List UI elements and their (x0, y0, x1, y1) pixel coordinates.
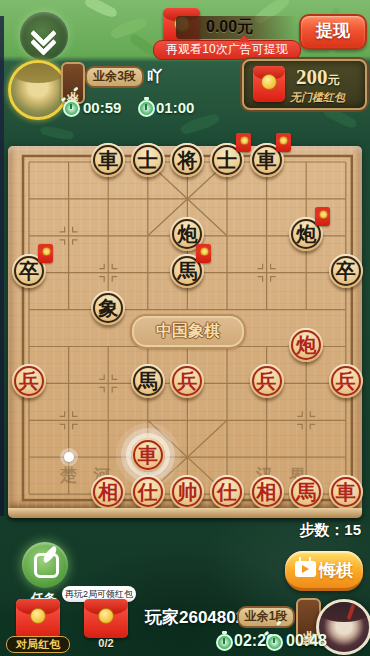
xiangqi-board[interactable]: 楚河 汉界 中国象棋 車士将士車炮炮卒馬卒象炮兵馬兵兵兵車相仕帅仕相馬車 (8, 146, 362, 508)
red-envelope-badge (38, 244, 53, 263)
red-envelope-badge (315, 207, 330, 226)
reward-amount: 200元 (296, 65, 340, 90)
piece-character: 車 (329, 475, 363, 509)
screen-edge-strip (0, 16, 4, 516)
piece-black-卒[interactable]: 卒 (12, 254, 46, 288)
step-counter: 步数：15 (299, 521, 361, 540)
piece-black-馬[interactable]: 馬 (131, 364, 165, 398)
alarm-clock-icon (63, 100, 80, 117)
piece-black-馬[interactable]: 馬 (170, 254, 204, 288)
piece-character: 車 (131, 438, 165, 472)
quill-icon (34, 553, 59, 578)
piece-character: 象 (91, 291, 125, 325)
piece-character: 兵 (12, 364, 46, 398)
piece-character: 兵 (250, 364, 284, 398)
piece-red-帅[interactable]: 帅 (170, 475, 204, 509)
opponent-name: 吖 (147, 67, 162, 86)
envelope-progress: 0/2 (84, 637, 128, 649)
board-center-label: 中国象棋 (130, 314, 246, 349)
xiangqi-app: 0.00元 提现 再观看10次广告可提现 业余 业余3段 吖 00:59 01:… (0, 0, 370, 656)
piece-character: 相 (91, 475, 125, 509)
task-button[interactable] (22, 542, 68, 588)
piece-character: 炮 (289, 328, 323, 362)
piece-red-兵[interactable]: 兵 (12, 364, 46, 398)
piece-character: 士 (131, 143, 165, 177)
piece-red-仕[interactable]: 仕 (131, 475, 165, 509)
piece-red-炮[interactable]: 炮 (289, 328, 323, 362)
piece-character: 相 (250, 475, 284, 509)
opponent-main-time: 00:59 (83, 99, 121, 116)
piece-red-兵[interactable]: 兵 (250, 364, 284, 398)
progress-envelope-icon[interactable] (84, 599, 128, 638)
red-envelope-badge (276, 133, 291, 152)
undo-button[interactable]: 悔棋 (285, 551, 363, 591)
alarm-clock-icon (266, 634, 283, 651)
red-envelope-badge (196, 244, 211, 263)
match-envelope-label: 对局红包 (6, 636, 70, 653)
piece-character: 将 (170, 143, 204, 177)
piece-black-士[interactable]: 士 (210, 143, 244, 177)
piece-red-相[interactable]: 相 (250, 475, 284, 509)
piece-red-車[interactable]: 車 (131, 438, 165, 472)
reward-envelope-button[interactable]: 200元 无门槛红包 (242, 59, 367, 110)
stopwatch-icon (138, 100, 155, 117)
piece-red-車[interactable]: 車 (329, 475, 363, 509)
piece-black-士[interactable]: 士 (131, 143, 165, 177)
piece-character: 車 (91, 143, 125, 177)
piece-black-車[interactable]: 車 (91, 143, 125, 177)
move-origin-marker (64, 452, 74, 462)
piece-character: 卒 (329, 254, 363, 288)
piece-character: 兵 (170, 364, 204, 398)
piece-red-兵[interactable]: 兵 (170, 364, 204, 398)
piece-red-相[interactable]: 相 (91, 475, 125, 509)
piece-black-将[interactable]: 将 (170, 143, 204, 177)
piece-red-仕[interactable]: 仕 (210, 475, 244, 509)
piece-character: 帅 (170, 475, 204, 509)
balance-bar: 0.00元 (176, 16, 298, 39)
piece-character: 仕 (131, 475, 165, 509)
piece-black-象[interactable]: 象 (91, 291, 125, 325)
piece-character: 馬 (289, 475, 323, 509)
undo-button-label: 悔棋 (319, 559, 353, 582)
board-base (8, 508, 362, 518)
tv-ad-icon (295, 561, 316, 577)
player-main-time: 00:48 (286, 632, 327, 650)
match-envelope-icon[interactable] (16, 599, 60, 638)
opponent-move-time: 01:00 (156, 99, 194, 116)
opponent-rank-label: 业余3段 (85, 66, 144, 88)
piece-character: 馬 (131, 364, 165, 398)
piece-black-炮[interactable]: 炮 (289, 217, 323, 251)
piece-character: 仕 (210, 475, 244, 509)
withdraw-button[interactable]: 提现 (299, 14, 367, 50)
opponent-avatar[interactable] (8, 60, 68, 120)
ad-banner: 再观看10次广告可提现 (153, 40, 301, 60)
chevron-down-icon (34, 24, 54, 44)
piece-character: 兵 (329, 364, 363, 398)
collapse-button[interactable] (20, 12, 68, 60)
piece-red-馬[interactable]: 馬 (289, 475, 323, 509)
player-rank-label: 业余1段 (237, 606, 295, 628)
stopwatch-icon (216, 634, 233, 651)
reward-subtitle: 无门槛红包 (290, 90, 345, 105)
reward-envelope-icon (253, 66, 285, 102)
piece-black-車[interactable]: 車 (250, 143, 284, 177)
piece-black-卒[interactable]: 卒 (329, 254, 363, 288)
piece-red-兵[interactable]: 兵 (329, 364, 363, 398)
